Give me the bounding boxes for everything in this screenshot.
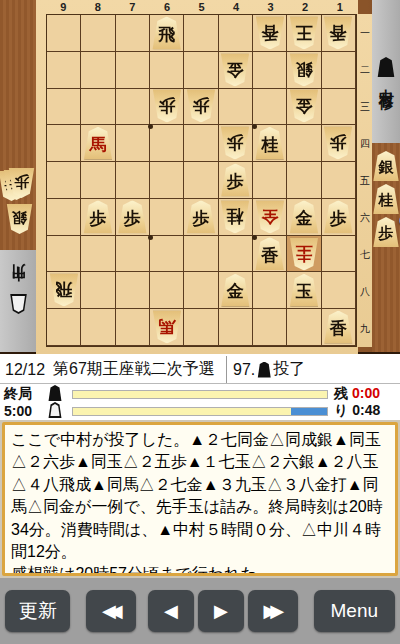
board-square-7-9[interactable] bbox=[116, 309, 150, 346]
board-square-9-5[interactable] bbox=[47, 162, 81, 199]
hand-piece-桂-sente[interactable]: 桂 bbox=[373, 184, 400, 214]
file-label-8: 8 bbox=[81, 0, 116, 14]
sente-hand-銀[interactable]: 銀 bbox=[373, 151, 400, 181]
current-move-label: 97. 投了 bbox=[226, 356, 400, 383]
board-square-8-2[interactable] bbox=[81, 52, 115, 89]
board-square-2-5[interactable] bbox=[287, 162, 321, 199]
board-square-9-4[interactable] bbox=[47, 125, 81, 162]
game-info-bar: 12/12 第67期王座戦二次予選 97. 投了 bbox=[0, 356, 400, 384]
event-name: 第67期王座戦二次予選 bbox=[53, 359, 215, 380]
piece-kanji: 桂 bbox=[261, 136, 278, 160]
sente-hand-歩[interactable]: 歩6 bbox=[373, 217, 400, 247]
piece-香-sente[interactable]: 香 bbox=[323, 311, 353, 344]
piece-kanji: 馬 bbox=[89, 136, 106, 160]
board-square-4-2[interactable]: 金 bbox=[219, 52, 253, 89]
piece-香-gote[interactable]: 香 bbox=[255, 16, 285, 49]
piece-kanji: 圭 bbox=[295, 237, 312, 261]
fast-forward-icon: ▶▶ bbox=[263, 600, 277, 622]
commentary-paragraph-1: ここで中村が投了した。▲２七同金△同成銀▲同玉△２六歩▲同玉△２五歩▲１七玉△２… bbox=[11, 429, 389, 563]
sente-hand-桂[interactable]: 桂 bbox=[373, 184, 400, 214]
sente-clock-row: 終局 残 0:00 bbox=[0, 387, 400, 401]
rank-coordinates: 一二三四五六七八九 bbox=[358, 14, 372, 347]
board-square-5-9[interactable] bbox=[184, 309, 218, 346]
piece-kanji: 歩 bbox=[379, 226, 394, 247]
board-square-9-3[interactable] bbox=[47, 89, 81, 126]
board-square-6-1[interactable]: 飛 bbox=[150, 15, 184, 52]
board-square-3-1[interactable]: 香 bbox=[253, 15, 287, 52]
board-star-point bbox=[148, 235, 153, 240]
piece-歩-sente[interactable]: 歩 bbox=[186, 200, 216, 233]
piece-馬-gote[interactable]: 馬 bbox=[152, 311, 182, 344]
board-square-7-3[interactable] bbox=[116, 89, 150, 126]
board-square-8-3[interactable] bbox=[81, 89, 115, 126]
board-square-6-8[interactable] bbox=[150, 272, 184, 309]
board-square-6-7[interactable] bbox=[150, 236, 184, 273]
piece-桂-sente[interactable]: 桂 bbox=[255, 127, 285, 160]
piece-香-sente[interactable]: 香 bbox=[255, 237, 285, 270]
board-square-5-6[interactable]: 歩 bbox=[184, 199, 218, 236]
game-date: 12/12 bbox=[5, 361, 45, 379]
time-bar-elapsed bbox=[73, 408, 291, 415]
piece-kanji: 歩 bbox=[89, 209, 106, 233]
rank-label: 四 bbox=[358, 125, 372, 162]
clock-panel: 終局 残 0:00 5:00 り 0:48 bbox=[0, 385, 400, 420]
piece-kanji: 金 bbox=[227, 53, 244, 77]
sente-remain-time: 0:00 bbox=[352, 385, 380, 403]
time-bar-elapsed bbox=[73, 391, 327, 398]
board-square-6-9[interactable]: 馬 bbox=[150, 309, 184, 346]
board-square-3-3[interactable] bbox=[253, 89, 287, 126]
board-square-8-8[interactable] bbox=[81, 272, 115, 309]
board-square-9-7[interactable] bbox=[47, 236, 81, 273]
hand-piece-銀-gote[interactable]: 銀 bbox=[6, 204, 33, 234]
piece-kanji: 飛 bbox=[55, 274, 72, 298]
file-label-9: 9 bbox=[46, 0, 81, 14]
file-label-3: 3 bbox=[253, 0, 288, 14]
forward-icon: ▶ bbox=[214, 600, 228, 622]
file-coordinates: 987654321 bbox=[46, 0, 357, 14]
board-square-4-3[interactable] bbox=[219, 89, 253, 126]
board-square-6-2[interactable] bbox=[150, 52, 184, 89]
board-square-5-7[interactable] bbox=[184, 236, 218, 273]
board-square-9-9[interactable] bbox=[47, 309, 81, 346]
board-square-5-2[interactable] bbox=[184, 52, 218, 89]
piece-全-gote[interactable]: 全 bbox=[255, 200, 285, 233]
board-grid: 飛香王香金銀歩歩金馬歩桂歩歩歩歩歩桂全金歩香圭飛金玉馬香 bbox=[46, 14, 357, 347]
rank-label: 六 bbox=[358, 199, 372, 236]
board-square-1-5[interactable] bbox=[322, 162, 356, 199]
board-square-1-2[interactable] bbox=[322, 52, 356, 89]
rank-label: 二 bbox=[358, 51, 372, 88]
piece-kanji: 馬 bbox=[158, 311, 175, 335]
board-square-2-6[interactable]: 金 bbox=[287, 199, 321, 236]
piece-kanji: 香 bbox=[330, 320, 347, 344]
gote-captured-tray[interactable]: 歩歩歩銀 bbox=[2, 166, 36, 234]
piece-金-gote[interactable]: 金 bbox=[220, 53, 250, 86]
board-square-3-9[interactable] bbox=[253, 309, 287, 346]
file-label-5: 5 bbox=[184, 0, 219, 14]
board-square-6-4[interactable] bbox=[150, 125, 184, 162]
piece-歩-gote[interactable]: 歩 bbox=[186, 90, 216, 123]
piece-金-gote[interactable]: 金 bbox=[289, 90, 319, 123]
rank-label: 三 bbox=[358, 88, 372, 125]
back-icon: ◀ bbox=[164, 600, 178, 622]
board-square-2-3[interactable]: 金 bbox=[287, 89, 321, 126]
commentary-area: ここで中村が投了した。▲２七同金△同成銀▲同玉△２六歩▲同玉△２五歩▲１七玉△２… bbox=[0, 420, 400, 578]
piece-歩-sente[interactable]: 歩 bbox=[83, 200, 113, 233]
piece-kanji: 歩 bbox=[158, 90, 175, 114]
gote-remain-label: り bbox=[334, 402, 348, 420]
piece-kanji: 飛 bbox=[158, 25, 175, 49]
rewind-icon: ◀◀ bbox=[102, 600, 116, 622]
board-square-3-5[interactable] bbox=[253, 162, 287, 199]
board-star-point bbox=[252, 235, 257, 240]
commentary-box[interactable]: ここで中村が投了した。▲２七同金△同成銀▲同玉△２六歩▲同玉△２五歩▲１七玉△２… bbox=[2, 422, 398, 576]
sente-move-icon bbox=[257, 362, 271, 378]
file-label-1: 1 bbox=[322, 0, 357, 14]
piece-kanji: 歩 bbox=[192, 90, 209, 114]
piece-kanji: 香 bbox=[261, 246, 278, 270]
piece-kanji: 歩 bbox=[330, 209, 347, 233]
board-square-9-6[interactable] bbox=[47, 199, 81, 236]
gote-side-panel: 歩歩歩銀 中川 bbox=[0, 0, 36, 352]
piece-kanji: 銀 bbox=[379, 160, 394, 181]
piece-kanji: 歩 bbox=[330, 127, 347, 151]
file-label-4: 4 bbox=[219, 0, 254, 14]
piece-歩-gote[interactable]: 歩 bbox=[152, 90, 182, 123]
move-text: 投了 bbox=[273, 359, 305, 380]
piece-kanji: 金 bbox=[227, 283, 244, 307]
board-square-2-2[interactable]: 銀 bbox=[287, 52, 321, 89]
file-label-7: 7 bbox=[115, 0, 150, 14]
board-square-8-9[interactable] bbox=[81, 309, 115, 346]
file-label-6: 6 bbox=[150, 0, 185, 14]
board-square-8-7[interactable] bbox=[81, 236, 115, 273]
hand-piece-歩-sente[interactable]: 歩 bbox=[373, 217, 400, 247]
piece-kanji: 香 bbox=[261, 16, 278, 40]
playback-controls: 更新◀◀◀▶▶▶Menu bbox=[0, 578, 400, 644]
board-square-4-9[interactable] bbox=[219, 309, 253, 346]
sente-time-bar bbox=[72, 390, 328, 399]
file-label-2: 2 bbox=[288, 0, 323, 14]
gote-piece-icon bbox=[9, 294, 27, 314]
sente-player-name: 中村修 bbox=[377, 77, 396, 86]
board-star-point bbox=[148, 124, 153, 129]
piece-歩-gote[interactable]: 歩 bbox=[323, 127, 353, 160]
board-square-8-6[interactable]: 歩 bbox=[81, 199, 115, 236]
board-square-4-6[interactable]: 桂 bbox=[219, 199, 253, 236]
move-number: 97. bbox=[233, 361, 255, 379]
piece-香-gote[interactable]: 香 bbox=[323, 16, 353, 49]
piece-王-gote[interactable]: 王 bbox=[289, 16, 319, 49]
event-title: 12/12 第67期王座戦二次予選 bbox=[0, 356, 226, 383]
board-square-2-1[interactable]: 王 bbox=[287, 15, 321, 52]
piece-kanji: 全 bbox=[261, 200, 278, 224]
board-square-1-1[interactable]: 香 bbox=[322, 15, 356, 52]
fast-forward-button[interactable]: ▶▶ bbox=[248, 590, 298, 632]
piece-玉-sente[interactable]: 玉 bbox=[289, 274, 319, 307]
piece-桂-gote[interactable]: 桂 bbox=[220, 200, 250, 233]
gote-remain-time: 0:48 bbox=[352, 402, 380, 420]
board-square-5-4[interactable] bbox=[184, 125, 218, 162]
piece-銀-gote[interactable]: 銀 bbox=[289, 53, 319, 86]
board-section: 歩歩歩銀 中川 987654321 飛香王香金銀歩歩金馬歩桂歩歩歩歩歩桂全金歩香… bbox=[0, 0, 400, 354]
piece-歩-sente[interactable]: 歩 bbox=[220, 163, 250, 196]
board-square-7-2[interactable] bbox=[116, 52, 150, 89]
board-square-2-9[interactable] bbox=[287, 309, 321, 346]
board-square-9-1[interactable] bbox=[47, 15, 81, 52]
board-square-2-8[interactable]: 玉 bbox=[287, 272, 321, 309]
board-square-3-4[interactable]: 桂 bbox=[253, 125, 287, 162]
piece-kanji: 歩 bbox=[192, 209, 209, 233]
piece-圭-gote[interactable]: 圭 bbox=[289, 237, 319, 270]
board-square-7-6[interactable]: 歩 bbox=[116, 199, 150, 236]
board-square-1-8[interactable] bbox=[322, 272, 356, 309]
board-square-3-2[interactable] bbox=[253, 52, 287, 89]
board-square-5-5[interactable] bbox=[184, 162, 218, 199]
piece-kanji: 歩 bbox=[14, 168, 29, 189]
board-square-5-1[interactable] bbox=[184, 15, 218, 52]
shogi-kifu-app: 歩歩歩銀 中川 987654321 飛香王香金銀歩歩金馬歩桂歩歩歩歩歩桂全金歩香… bbox=[0, 0, 400, 644]
board-square-5-3[interactable]: 歩 bbox=[184, 89, 218, 126]
gote-clock-label: 5:00 bbox=[4, 403, 44, 419]
piece-kanji: 金 bbox=[295, 209, 312, 233]
board-square-6-5[interactable] bbox=[150, 162, 184, 199]
hand-piece-銀-sente[interactable]: 銀 bbox=[373, 151, 400, 181]
board-square-9-8[interactable]: 飛 bbox=[47, 272, 81, 309]
board-square-7-1[interactable] bbox=[116, 15, 150, 52]
gote-clock-row: 5:00 り 0:48 bbox=[0, 404, 400, 418]
board-square-7-7[interactable] bbox=[116, 236, 150, 273]
gote-time-bar bbox=[72, 407, 328, 416]
sente-clock-label: 終局 bbox=[4, 385, 44, 403]
piece-kanji: 歩 bbox=[124, 209, 141, 233]
sente-captured-tray[interactable]: 銀桂歩6 bbox=[372, 145, 400, 247]
rank-label: 八 bbox=[358, 273, 372, 310]
piece-kanji: 桂 bbox=[227, 200, 244, 224]
sente-remain-label: 残 bbox=[334, 385, 348, 403]
rank-label: 一 bbox=[358, 14, 372, 51]
board-square-4-1[interactable] bbox=[219, 15, 253, 52]
gote-name-plate: 中川 bbox=[0, 250, 36, 352]
shogi-board: 987654321 飛香王香金銀歩歩金馬歩桂歩歩歩歩歩桂全金歩香圭飛金玉馬香 bbox=[36, 0, 358, 354]
board-square-1-9[interactable]: 香 bbox=[322, 309, 356, 346]
piece-kanji: 金 bbox=[295, 90, 312, 114]
time-bar-remaining bbox=[291, 408, 327, 415]
piece-歩-gote[interactable]: 歩 bbox=[220, 127, 250, 160]
piece-馬-sente[interactable]: 馬 bbox=[83, 127, 113, 160]
piece-歩-sente[interactable]: 歩 bbox=[323, 200, 353, 233]
sente-clock-piece-icon bbox=[44, 385, 66, 403]
board-square-7-5[interactable] bbox=[116, 162, 150, 199]
board-square-3-6[interactable]: 全 bbox=[253, 199, 287, 236]
forward-button[interactable]: ▶ bbox=[198, 590, 244, 632]
board-square-1-4[interactable]: 歩 bbox=[322, 125, 356, 162]
board-square-1-7[interactable] bbox=[322, 236, 356, 273]
board-square-4-5[interactable]: 歩 bbox=[219, 162, 253, 199]
sente-piece-icon bbox=[377, 57, 395, 77]
board-square-8-5[interactable] bbox=[81, 162, 115, 199]
piece-kanji: 銀 bbox=[295, 53, 312, 77]
gote-hand-stack-歩[interactable]: 歩歩歩 bbox=[2, 166, 36, 200]
piece-kanji: 銀 bbox=[12, 204, 27, 225]
rank-label: 七 bbox=[358, 236, 372, 273]
board-square-7-4[interactable] bbox=[116, 125, 150, 162]
board-square-7-8[interactable] bbox=[116, 272, 150, 309]
update-button[interactable]: 更新 bbox=[5, 590, 70, 632]
gote-clock-piece-icon bbox=[44, 402, 66, 420]
board-square-8-4[interactable]: 馬 bbox=[81, 125, 115, 162]
board-square-3-8[interactable] bbox=[253, 272, 287, 309]
board-square-6-3[interactable]: 歩 bbox=[150, 89, 184, 126]
commentary-paragraph-2: 感想戦は20時57分頃まで行われた。 bbox=[11, 563, 389, 576]
board-square-2-4[interactable] bbox=[287, 125, 321, 162]
piece-kanji: 王 bbox=[295, 16, 312, 40]
piece-金-sente[interactable]: 金 bbox=[289, 200, 319, 233]
board-square-4-4[interactable]: 歩 bbox=[219, 125, 253, 162]
board-square-3-7[interactable]: 香 bbox=[253, 236, 287, 273]
board-star-point bbox=[252, 124, 257, 129]
piece-金-sente[interactable]: 金 bbox=[220, 274, 250, 307]
board-square-6-6[interactable] bbox=[150, 199, 184, 236]
rewind-button[interactable]: ◀◀ bbox=[86, 590, 136, 632]
piece-kanji: 玉 bbox=[295, 283, 312, 307]
board-square-4-7[interactable] bbox=[219, 236, 253, 273]
sente-name-plate: 中村修 bbox=[372, 0, 400, 143]
board-square-2-7[interactable]: 圭 bbox=[287, 236, 321, 273]
rank-label: 九 bbox=[358, 310, 372, 347]
menu-button[interactable]: Menu bbox=[314, 590, 395, 632]
board-square-5-8[interactable] bbox=[184, 272, 218, 309]
back-button[interactable]: ◀ bbox=[148, 590, 194, 632]
piece-歩-sente[interactable]: 歩 bbox=[117, 200, 147, 233]
board-square-8-1[interactable] bbox=[81, 15, 115, 52]
piece-飛-gote[interactable]: 飛 bbox=[49, 274, 79, 307]
gote-player-name: 中川 bbox=[9, 288, 28, 294]
piece-kanji: 桂 bbox=[379, 193, 394, 214]
board-square-4-8[interactable]: 金 bbox=[219, 272, 253, 309]
piece-kanji: 歩 bbox=[227, 127, 244, 151]
rank-label: 五 bbox=[358, 162, 372, 199]
piece-kanji: 歩 bbox=[227, 172, 244, 196]
board-square-1-6[interactable]: 歩 bbox=[322, 199, 356, 236]
board-square-9-2[interactable] bbox=[47, 52, 81, 89]
piece-kanji: 香 bbox=[330, 16, 347, 40]
piece-飛-sente[interactable]: 飛 bbox=[152, 16, 182, 49]
board-square-1-3[interactable] bbox=[322, 89, 356, 126]
